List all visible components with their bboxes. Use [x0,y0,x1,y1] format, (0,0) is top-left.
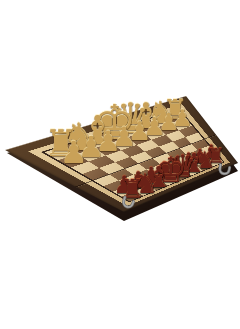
board-margin [28,104,230,206]
product-photo: ♜♞♟♝♟♛♟♚♟♝♟♞♟♜♟♟♟♜♟♟♞♟♝♟♛♚♟♝♟♞♟♜ [0,0,240,329]
clasp-icon [213,163,233,186]
